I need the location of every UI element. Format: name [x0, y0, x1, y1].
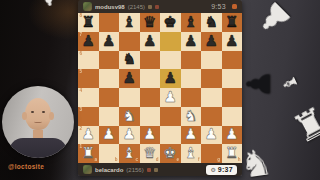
top-player-flag-icon [155, 5, 159, 9]
square-c4[interactable] [119, 88, 140, 107]
decor-white-rook-lower-right-icon: ♜ [287, 100, 320, 150]
square-a1[interactable]: 1a♜ [78, 144, 99, 163]
square-h8[interactable]: ♜ [222, 13, 243, 32]
live-indicator-icon [232, 4, 237, 9]
bottom-player-flair-icon [147, 168, 151, 172]
bottom-player-name[interactable]: belacardo [95, 167, 123, 173]
black-pawn-c5[interactable]: ♟ [123, 71, 136, 86]
decor-white-knight-bottom-icon: ♞ [238, 144, 275, 180]
square-f2[interactable]: ♟ [181, 126, 202, 145]
webcam-overlay[interactable] [2, 86, 74, 158]
file-label-b: b [115, 158, 118, 163]
streamer-neck [33, 130, 43, 138]
square-a6[interactable]: 6 [78, 51, 99, 70]
top-player-clock: 9:53 [211, 3, 226, 10]
square-f7[interactable]: ♟ [181, 32, 202, 51]
white-pawn-b2[interactable]: ♟ [102, 127, 115, 142]
square-c5[interactable]: ♟ [119, 69, 140, 88]
bottom-player-flag-icon [154, 168, 158, 172]
white-pawn-d2[interactable]: ♟ [143, 127, 156, 142]
black-pawn-f7[interactable]: ♟ [184, 33, 197, 48]
black-bishop-f8[interactable]: ♝ [184, 14, 197, 29]
square-d6[interactable] [140, 51, 161, 70]
square-h4[interactable] [222, 88, 243, 107]
top-player-rating: (2145) [128, 4, 145, 10]
white-pawn-c2[interactable]: ♟ [123, 127, 136, 142]
white-knight-c3[interactable]: ♞ [123, 108, 136, 123]
square-b4[interactable] [99, 88, 120, 107]
square-f3[interactable]: ♞ [181, 107, 202, 126]
square-a3[interactable]: 3 [78, 107, 99, 126]
top-player-avatar[interactable] [83, 2, 92, 11]
square-d8[interactable]: ♛ [140, 13, 161, 32]
white-pawn-h2[interactable]: ♟ [225, 127, 238, 142]
square-b7[interactable]: ♟ [99, 32, 120, 51]
white-rook-h1[interactable]: ♜ [225, 146, 238, 161]
rank-label-4: 4 [80, 89, 83, 94]
player-bar-top: modusv98 (2145) 9:53 [78, 0, 242, 13]
black-pawn-h7[interactable]: ♟ [225, 33, 238, 48]
streamer-shoulders [9, 138, 67, 158]
black-knight-c6[interactable]: ♞ [123, 52, 136, 67]
black-rook-a8[interactable]: ♜ [82, 14, 95, 29]
top-player-flair-icon [148, 5, 152, 9]
square-h2[interactable]: ♟ [222, 126, 243, 145]
square-h1[interactable]: h♜ [222, 144, 243, 163]
white-pawn-a2[interactable]: ♟ [82, 127, 95, 142]
white-pawn-g2[interactable]: ♟ [205, 127, 218, 142]
square-b3[interactable] [99, 107, 120, 126]
black-rook-h8[interactable]: ♜ [225, 14, 238, 29]
square-g6[interactable] [201, 51, 222, 70]
square-c8[interactable]: ♝ [119, 13, 140, 32]
white-queen-d1[interactable]: ♛ [143, 146, 156, 161]
decor-white-bishop-right-icon: ♝ [279, 72, 302, 94]
square-g2[interactable]: ♟ [201, 126, 222, 145]
square-b1[interactable]: b [99, 144, 120, 163]
square-d5[interactable] [140, 69, 161, 88]
square-h3[interactable] [222, 107, 243, 126]
rank-label-5: 5 [80, 70, 83, 75]
square-g5[interactable] [201, 69, 222, 88]
streamer-face [25, 98, 51, 130]
square-a5[interactable]: 5 [78, 69, 99, 88]
square-e7[interactable] [160, 32, 181, 51]
black-pawn-e5[interactable]: ♟ [164, 71, 177, 86]
square-g4[interactable] [201, 88, 222, 107]
square-g8[interactable]: ♞ [201, 13, 222, 32]
white-knight-f3[interactable]: ♞ [184, 108, 197, 123]
white-pawn-f2[interactable]: ♟ [184, 127, 197, 142]
square-a2[interactable]: 2♟ [78, 126, 99, 145]
bottom-player-clock: 9:37 [218, 166, 233, 173]
white-bishop-f1[interactable]: ♝ [184, 146, 197, 161]
black-pawn-b7[interactable]: ♟ [102, 33, 115, 48]
bottom-player-rating: (2156) [126, 167, 143, 173]
square-f4[interactable] [181, 88, 202, 107]
square-e3[interactable] [160, 107, 181, 126]
white-rook-a1[interactable]: ♜ [82, 146, 95, 161]
square-d3[interactable] [140, 107, 161, 126]
square-e8[interactable]: ♚ [160, 13, 181, 32]
clock-icon: ⚙ [210, 167, 215, 173]
square-c1[interactable]: c♝ [119, 144, 140, 163]
square-b6[interactable] [99, 51, 120, 70]
square-c6[interactable]: ♞ [119, 51, 140, 70]
chess-board[interactable]: 8♜♝♛♚♝♞♜7♟♟♟♟♟♟6♞5♟♟4♟3♞♞2♟♟♟♟♟♟♟1a♜bc♝d… [78, 13, 242, 163]
white-bishop-c1[interactable]: ♝ [123, 146, 136, 161]
square-d1[interactable]: d♛ [140, 144, 161, 163]
square-f8[interactable]: ♝ [181, 13, 202, 32]
square-f5[interactable] [181, 69, 202, 88]
square-a4[interactable]: 4 [78, 88, 99, 107]
top-player-name[interactable]: modusv98 [95, 4, 125, 10]
black-pawn-d7[interactable]: ♟ [143, 33, 156, 48]
square-e6[interactable] [160, 51, 181, 70]
square-c3[interactable]: ♞ [119, 107, 140, 126]
square-g1[interactable]: g [201, 144, 222, 163]
square-d2[interactable]: ♟ [140, 126, 161, 145]
active-clock: ⚙ 9:37 [206, 165, 237, 175]
square-b2[interactable]: ♟ [99, 126, 120, 145]
square-a8[interactable]: 8♜ [78, 13, 99, 32]
square-g7[interactable]: ♟ [201, 32, 222, 51]
streamer-handle[interactable]: @loctosite [8, 163, 44, 170]
square-b5[interactable] [99, 69, 120, 88]
square-e5[interactable]: ♟ [160, 69, 181, 88]
black-bishop-c8[interactable]: ♝ [123, 14, 136, 29]
square-b8[interactable] [99, 13, 120, 32]
decor-black-pawn-right-icon: ♟ [242, 70, 274, 99]
bottom-player-avatar[interactable] [83, 165, 92, 174]
square-h5[interactable] [222, 69, 243, 88]
square-g3[interactable] [201, 107, 222, 126]
decor-white-pawn-top-right-icon: ♟ [250, 0, 298, 42]
square-f6[interactable] [181, 51, 202, 70]
square-h7[interactable]: ♟ [222, 32, 243, 51]
black-king-e8[interactable]: ♚ [164, 14, 177, 29]
rank-label-3: 3 [80, 108, 83, 113]
white-pawn-e4[interactable]: ♟ [164, 89, 177, 104]
black-knight-g8[interactable]: ♞ [205, 14, 218, 29]
rank-label-6: 6 [80, 52, 83, 57]
square-f1[interactable]: f♝ [181, 144, 202, 163]
stream-frame: ♟ ♟ ♟ ♝ ♜ ♞ modusv98 (2145) 9:53 8♜♝♛♚♝♞… [0, 0, 320, 180]
white-king-e1[interactable]: ♚ [164, 146, 177, 161]
square-d4[interactable] [140, 88, 161, 107]
square-e4[interactable]: ♟ [160, 88, 181, 107]
square-c7[interactable] [119, 32, 140, 51]
square-h6[interactable] [222, 51, 243, 70]
square-e2[interactable] [160, 126, 181, 145]
file-label-f: f [198, 158, 200, 163]
decor-white-pawn-top-left-icon: ♟ [35, 0, 60, 10]
game-panel: modusv98 (2145) 9:53 8♜♝♛♚♝♞♜7♟♟♟♟♟♟6♞5♟… [78, 0, 242, 176]
black-pawn-a7[interactable]: ♟ [82, 33, 95, 48]
square-a7[interactable]: 7♟ [78, 32, 99, 51]
square-c2[interactable]: ♟ [119, 126, 140, 145]
file-label-g: g [217, 158, 220, 163]
black-queen-d8[interactable]: ♛ [143, 14, 156, 29]
square-d7[interactable]: ♟ [140, 32, 161, 51]
square-e1[interactable]: e♚ [160, 144, 181, 163]
black-pawn-g7[interactable]: ♟ [205, 33, 218, 48]
player-bar-bottom: belacardo (2156) ⚙ 9:37 [78, 163, 242, 176]
